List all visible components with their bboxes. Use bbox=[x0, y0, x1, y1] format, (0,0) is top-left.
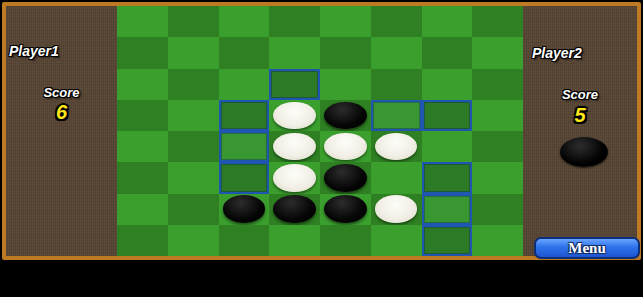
legal-move-highlight[interactable] bbox=[219, 162, 270, 193]
board-cell[interactable] bbox=[168, 194, 219, 225]
black-disc bbox=[324, 164, 367, 192]
board-cell[interactable] bbox=[269, 37, 320, 68]
white-disc bbox=[273, 102, 316, 130]
board-cell[interactable] bbox=[168, 37, 219, 68]
player1-panel: Player1 Score 6 bbox=[6, 6, 117, 256]
board-cell[interactable] bbox=[168, 225, 219, 256]
white-disc bbox=[273, 133, 316, 161]
board-cell[interactable] bbox=[168, 100, 219, 131]
board-cell[interactable] bbox=[117, 194, 168, 225]
player2-score-label: Score bbox=[523, 87, 637, 102]
board-cell[interactable] bbox=[320, 6, 371, 37]
board-cell[interactable] bbox=[219, 162, 270, 193]
board-cell[interactable] bbox=[422, 69, 473, 100]
player1-score-label: Score bbox=[6, 85, 117, 100]
player2-score-value: 5 bbox=[523, 104, 637, 127]
board-cell[interactable] bbox=[269, 100, 320, 131]
board-cell[interactable] bbox=[117, 69, 168, 100]
board-cell[interactable] bbox=[371, 131, 422, 162]
board-cell[interactable] bbox=[371, 225, 422, 256]
turn-indicator-black-disc bbox=[560, 137, 608, 167]
board-cell[interactable] bbox=[371, 162, 422, 193]
legal-move-highlight[interactable] bbox=[422, 225, 473, 256]
board-cell[interactable] bbox=[422, 194, 473, 225]
board-cell[interactable] bbox=[168, 131, 219, 162]
board-cell[interactable] bbox=[422, 162, 473, 193]
board-cell[interactable] bbox=[219, 194, 270, 225]
board-cell[interactable] bbox=[422, 37, 473, 68]
board-cell[interactable] bbox=[117, 6, 168, 37]
board-cell[interactable] bbox=[320, 225, 371, 256]
board-cell[interactable] bbox=[371, 37, 422, 68]
board-cell[interactable] bbox=[269, 6, 320, 37]
board-cell[interactable] bbox=[371, 69, 422, 100]
board-cell[interactable] bbox=[320, 69, 371, 100]
board-cell[interactable] bbox=[320, 37, 371, 68]
board-cell[interactable] bbox=[219, 131, 270, 162]
board-cell[interactable] bbox=[168, 69, 219, 100]
board-cell[interactable] bbox=[269, 69, 320, 100]
board-cell[interactable] bbox=[422, 131, 473, 162]
black-disc bbox=[223, 195, 266, 223]
board-cell[interactable] bbox=[472, 100, 523, 131]
board-cell[interactable] bbox=[371, 194, 422, 225]
player2-panel: Player2 Score 5 Menu bbox=[523, 6, 637, 256]
legal-move-highlight[interactable] bbox=[269, 69, 320, 100]
legal-move-highlight[interactable] bbox=[422, 100, 473, 131]
board[interactable] bbox=[117, 6, 523, 256]
board-cell[interactable] bbox=[422, 100, 473, 131]
board-cell[interactable] bbox=[472, 131, 523, 162]
board-cell[interactable] bbox=[472, 194, 523, 225]
board-cell[interactable] bbox=[219, 37, 270, 68]
board-cell[interactable] bbox=[269, 131, 320, 162]
board-cell[interactable] bbox=[269, 194, 320, 225]
board-cell[interactable] bbox=[371, 6, 422, 37]
board-cell[interactable] bbox=[219, 6, 270, 37]
player1-score-value: 6 bbox=[6, 101, 117, 124]
board-cell[interactable] bbox=[472, 6, 523, 37]
board-cell[interactable] bbox=[219, 69, 270, 100]
board-cell[interactable] bbox=[472, 225, 523, 256]
legal-move-highlight[interactable] bbox=[422, 162, 473, 193]
board-cell[interactable] bbox=[371, 100, 422, 131]
board-cell[interactable] bbox=[422, 6, 473, 37]
white-disc bbox=[273, 164, 316, 192]
board-cell[interactable] bbox=[472, 69, 523, 100]
black-disc bbox=[273, 195, 316, 223]
black-disc bbox=[324, 195, 367, 223]
board-cell[interactable] bbox=[219, 100, 270, 131]
board-cell[interactable] bbox=[422, 225, 473, 256]
white-disc bbox=[375, 133, 418, 161]
board-cell[interactable] bbox=[269, 162, 320, 193]
player1-name: Player1 bbox=[9, 43, 59, 59]
board-cell[interactable] bbox=[117, 162, 168, 193]
legal-move-highlight[interactable] bbox=[422, 194, 473, 225]
board-cell[interactable] bbox=[168, 162, 219, 193]
board-cell[interactable] bbox=[320, 131, 371, 162]
legal-move-highlight[interactable] bbox=[371, 100, 422, 131]
board-cell[interactable] bbox=[320, 162, 371, 193]
black-disc bbox=[324, 102, 367, 130]
app-frame: Player1 Score 6 Player2 Score 5 Menu bbox=[2, 2, 641, 260]
board-cell[interactable] bbox=[472, 162, 523, 193]
board-cell[interactable] bbox=[472, 37, 523, 68]
board-cell[interactable] bbox=[320, 100, 371, 131]
board-cell[interactable] bbox=[269, 225, 320, 256]
board-cell[interactable] bbox=[117, 100, 168, 131]
white-disc bbox=[375, 195, 418, 223]
legal-move-highlight[interactable] bbox=[219, 131, 270, 162]
legal-move-highlight[interactable] bbox=[219, 100, 270, 131]
white-disc bbox=[324, 133, 367, 161]
board-cell[interactable] bbox=[117, 225, 168, 256]
player2-name: Player2 bbox=[532, 45, 582, 61]
board-cell[interactable] bbox=[117, 131, 168, 162]
board-cell[interactable] bbox=[320, 194, 371, 225]
board-cell[interactable] bbox=[117, 37, 168, 68]
board-cell[interactable] bbox=[168, 6, 219, 37]
menu-button[interactable]: Menu bbox=[534, 237, 640, 259]
board-cell[interactable] bbox=[219, 225, 270, 256]
